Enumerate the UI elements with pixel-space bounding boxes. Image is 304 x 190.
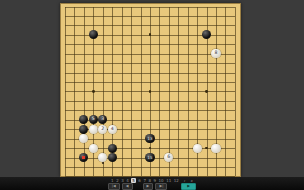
black-stone [79,153,88,162]
nav-controls: |◀ ◀ ▶ ▶| ▶ [0,184,304,190]
black-stone: 13 [145,134,154,143]
star-point [92,90,95,93]
black-stone [202,30,211,39]
black-stone: 15 [145,153,154,162]
grid-line-vertical [159,7,160,177]
grid-line-vertical [169,7,170,177]
play-button[interactable]: ▶ [181,183,196,190]
grid-line-vertical [188,7,189,177]
black-stone [79,125,88,134]
white-stone [98,153,107,162]
white-stone: 6 [164,153,173,162]
grid-line-vertical [225,7,226,177]
grid-line-horizontal [65,101,235,102]
black-stone [108,144,117,153]
last-move-marker [82,156,85,159]
move-number-label: 3 [101,118,104,123]
move-number-label: 5 [92,118,95,123]
black-stone [89,30,98,39]
first-move-button[interactable]: |◀ [108,183,120,190]
grid-line-vertical [235,7,236,177]
pagination-item[interactable]: 6 [138,178,142,183]
move-number-label: 8 [215,52,218,57]
white-stone: 4 [108,125,117,134]
black-stone: 3 [98,115,107,124]
move-number-label: 13 [148,137,153,141]
white-stone: 2 [98,125,107,134]
go-board[interactable]: 8532413156 [60,3,241,177]
next-move-button[interactable]: ▶ [143,183,154,190]
black-stone [108,153,117,162]
bottom-control-bar: 123456789101112›» |◀ ◀ ▶ ▶| ▶ [0,177,304,190]
white-stone [193,144,202,153]
black-stone: 5 [89,115,98,124]
pagination-item[interactable]: 12 [173,178,179,183]
app-window: 8532413156 123456789101112›» |◀ ◀ ▶ ▶| ▶ [0,0,304,190]
move-number-label: 15 [148,156,153,160]
black-stone [79,115,88,124]
grid-line-horizontal [65,110,235,111]
prev-move-button[interactable]: ◀ [122,183,133,190]
star-point [205,90,208,93]
move-number-label: 4 [111,127,114,132]
grid-line-horizontal [65,167,235,168]
move-number-label: 2 [101,127,104,132]
last-move-button[interactable]: ▶| [155,183,167,190]
white-stone [79,134,88,143]
white-stone: 8 [211,49,220,58]
white-stone [211,144,220,153]
white-stone [89,125,98,134]
grid-line-vertical [178,7,179,177]
white-stone [89,144,98,153]
move-number-label: 6 [167,155,170,160]
